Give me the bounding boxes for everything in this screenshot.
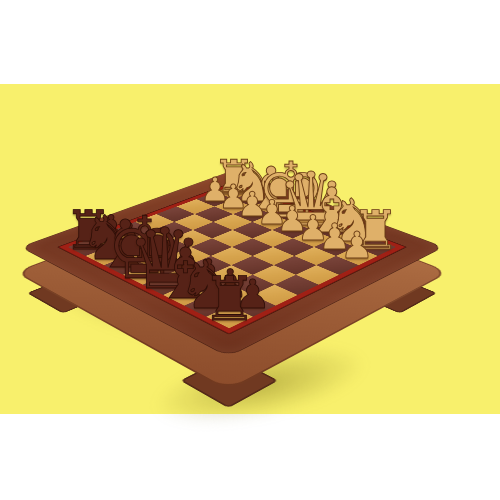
chessboard-scene: ♜♞♝♚♛♝♞♜♟♟♟♟♟♟♟♟♟♟♟♟♟♟♟♟♜♞♝♚♛♝♞♜ xyxy=(0,0,500,500)
photo-background: ♜♞♝♚♛♝♞♜♟♟♟♟♟♟♟♟♟♟♟♟♟♟♟♟♜♞♝♚♛♝♞♜ xyxy=(0,0,500,500)
